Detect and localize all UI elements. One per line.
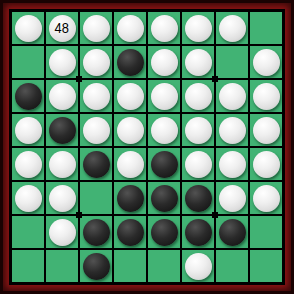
cell-e3[interactable] — [147, 79, 181, 113]
disc-white — [49, 219, 76, 246]
disc-white — [117, 117, 144, 144]
cell-f4[interactable] — [181, 113, 215, 147]
cell-f1[interactable] — [181, 11, 215, 45]
cell-b5[interactable] — [45, 147, 79, 181]
cell-d8[interactable] — [113, 249, 147, 283]
disc-white — [253, 83, 280, 110]
cell-d4[interactable] — [113, 113, 147, 147]
disc-white — [15, 185, 42, 212]
disc-white — [151, 49, 178, 76]
cell-b3[interactable] — [45, 79, 79, 113]
disc-black — [151, 185, 178, 212]
cell-f6[interactable] — [181, 181, 215, 215]
disc-white — [185, 253, 212, 280]
disc-white — [117, 15, 144, 42]
cell-d3[interactable] — [113, 79, 147, 113]
disc-black — [15, 83, 42, 110]
disc-black — [117, 219, 144, 246]
cell-h4[interactable] — [249, 113, 283, 147]
cell-g6[interactable] — [215, 181, 249, 215]
cell-b2[interactable] — [45, 45, 79, 79]
star-point-icon — [212, 212, 218, 218]
disc-white — [219, 117, 246, 144]
cell-e8[interactable] — [147, 249, 181, 283]
disc-white — [219, 15, 246, 42]
cell-g5[interactable] — [215, 147, 249, 181]
disc-black — [83, 151, 110, 178]
cell-a7[interactable] — [11, 215, 45, 249]
cell-c1[interactable] — [79, 11, 113, 45]
disc-white — [151, 117, 178, 144]
cell-g2[interactable] — [215, 45, 249, 79]
cell-g3[interactable] — [215, 79, 249, 113]
cell-a3[interactable] — [11, 79, 45, 113]
disc-white — [253, 151, 280, 178]
cell-b8[interactable] — [45, 249, 79, 283]
disc-black — [83, 219, 110, 246]
cell-b6[interactable] — [45, 181, 79, 215]
cell-h8[interactable] — [249, 249, 283, 283]
disc-white — [185, 83, 212, 110]
disc-white: 48 — [49, 15, 76, 42]
disc-black — [219, 219, 246, 246]
cell-a6[interactable] — [11, 181, 45, 215]
cell-a5[interactable] — [11, 147, 45, 181]
cell-h3[interactable] — [249, 79, 283, 113]
disc-white — [185, 151, 212, 178]
cell-d5[interactable] — [113, 147, 147, 181]
cell-e4[interactable] — [147, 113, 181, 147]
disc-white — [83, 117, 110, 144]
cell-g1[interactable] — [215, 11, 249, 45]
cell-c8[interactable] — [79, 249, 113, 283]
cell-e6[interactable] — [147, 181, 181, 215]
disc-white — [15, 117, 42, 144]
disc-white — [117, 151, 144, 178]
cell-b1[interactable]: 48 — [45, 11, 79, 45]
cell-b4[interactable] — [45, 113, 79, 147]
disc-black — [151, 151, 178, 178]
disc-white — [253, 49, 280, 76]
cell-e1[interactable] — [147, 11, 181, 45]
cell-d6[interactable] — [113, 181, 147, 215]
cell-c6[interactable] — [79, 181, 113, 215]
disc-white — [49, 83, 76, 110]
cell-c4[interactable] — [79, 113, 113, 147]
disc-white — [185, 49, 212, 76]
last-move-number: 48 — [55, 21, 69, 35]
othello-board: 48 — [9, 9, 285, 285]
disc-black — [185, 185, 212, 212]
disc-white — [83, 49, 110, 76]
disc-white — [83, 15, 110, 42]
cell-a1[interactable] — [11, 11, 45, 45]
cell-h6[interactable] — [249, 181, 283, 215]
cell-h1[interactable] — [249, 11, 283, 45]
disc-black — [185, 219, 212, 246]
disc-white — [15, 151, 42, 178]
disc-black — [49, 117, 76, 144]
star-point-icon — [212, 76, 218, 82]
cell-g8[interactable] — [215, 249, 249, 283]
cell-a2[interactable] — [11, 45, 45, 79]
disc-white — [117, 83, 144, 110]
cell-h5[interactable] — [249, 147, 283, 181]
cell-d2[interactable] — [113, 45, 147, 79]
cell-d7[interactable] — [113, 215, 147, 249]
cell-b7[interactable] — [45, 215, 79, 249]
cell-a8[interactable] — [11, 249, 45, 283]
cell-c7[interactable] — [79, 215, 113, 249]
cell-e2[interactable] — [147, 45, 181, 79]
disc-white — [219, 151, 246, 178]
disc-white — [219, 185, 246, 212]
disc-black — [83, 253, 110, 280]
disc-white — [151, 83, 178, 110]
cell-f7[interactable] — [181, 215, 215, 249]
cell-a4[interactable] — [11, 113, 45, 147]
disc-black — [117, 185, 144, 212]
cell-f5[interactable] — [181, 147, 215, 181]
star-point-icon — [76, 212, 82, 218]
disc-white — [219, 83, 246, 110]
disc-white — [253, 117, 280, 144]
star-point-icon — [76, 76, 82, 82]
disc-white — [49, 151, 76, 178]
cell-c2[interactable] — [79, 45, 113, 79]
cell-g4[interactable] — [215, 113, 249, 147]
board-frame-bevel: 48 — [3, 3, 291, 291]
disc-white — [49, 49, 76, 76]
disc-black — [151, 219, 178, 246]
disc-white — [253, 185, 280, 212]
cell-c3[interactable] — [79, 79, 113, 113]
cell-c5[interactable] — [79, 147, 113, 181]
cell-f8[interactable] — [181, 249, 215, 283]
cell-g7[interactable] — [215, 215, 249, 249]
cell-f3[interactable] — [181, 79, 215, 113]
disc-white — [185, 15, 212, 42]
cell-h7[interactable] — [249, 215, 283, 249]
cell-f2[interactable] — [181, 45, 215, 79]
disc-white — [49, 185, 76, 212]
cell-e7[interactable] — [147, 215, 181, 249]
disc-white — [151, 15, 178, 42]
disc-black — [117, 49, 144, 76]
cell-d1[interactable] — [113, 11, 147, 45]
cell-e5[interactable] — [147, 147, 181, 181]
disc-white — [185, 117, 212, 144]
disc-white — [83, 83, 110, 110]
board-frame: 48 — [0, 0, 294, 294]
disc-white — [15, 15, 42, 42]
cell-h2[interactable] — [249, 45, 283, 79]
